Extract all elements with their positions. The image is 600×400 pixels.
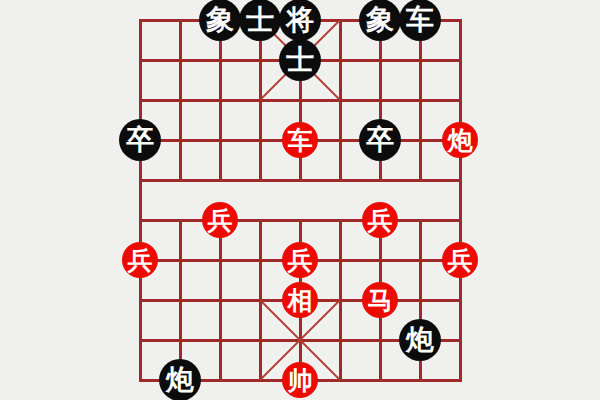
xiangqi-screen: 象士将象车士卒车卒炮兵兵兵兵兵相马炮炮帅 — [0, 0, 600, 400]
piece-black-pawn[interactable]: 卒 — [119, 119, 161, 161]
piece-black-pawn[interactable]: 卒 — [359, 119, 401, 161]
piece-red-pawn[interactable]: 兵 — [282, 242, 318, 278]
piece-red-chariot[interactable]: 车 — [282, 122, 318, 158]
piece-black-cannon[interactable]: 炮 — [399, 319, 441, 361]
piece-red-elephant[interactable]: 相 — [282, 282, 318, 318]
piece-red-horse[interactable]: 马 — [362, 282, 398, 318]
piece-red-cannon[interactable]: 炮 — [442, 122, 478, 158]
piece-black-king[interactable]: 将 — [279, 0, 321, 41]
xiangqi-board[interactable]: 象士将象车士卒车卒炮兵兵兵兵兵相马炮炮帅 — [120, 0, 480, 400]
piece-black-elephant[interactable]: 象 — [199, 0, 241, 41]
piece-black-cannon[interactable]: 炮 — [159, 359, 201, 400]
piece-red-pawn[interactable]: 兵 — [202, 202, 238, 238]
piece-red-pawn[interactable]: 兵 — [442, 242, 478, 278]
piece-black-advisor[interactable]: 士 — [279, 39, 321, 81]
piece-black-advisor[interactable]: 士 — [239, 0, 281, 41]
piece-red-king[interactable]: 帅 — [282, 362, 318, 398]
piece-red-pawn[interactable]: 兵 — [122, 242, 158, 278]
piece-red-pawn[interactable]: 兵 — [362, 202, 398, 238]
piece-black-chariot[interactable]: 车 — [399, 0, 441, 41]
piece-black-elephant[interactable]: 象 — [359, 0, 401, 41]
